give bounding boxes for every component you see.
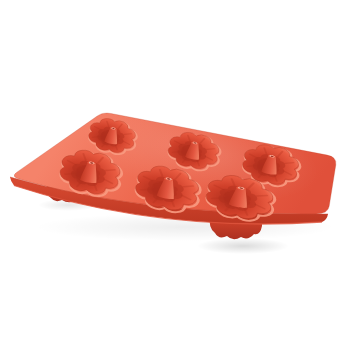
floor-shadow-right (197, 238, 289, 254)
bundt-mold-illustration (0, 0, 350, 350)
product-photo-stage (0, 0, 350, 350)
